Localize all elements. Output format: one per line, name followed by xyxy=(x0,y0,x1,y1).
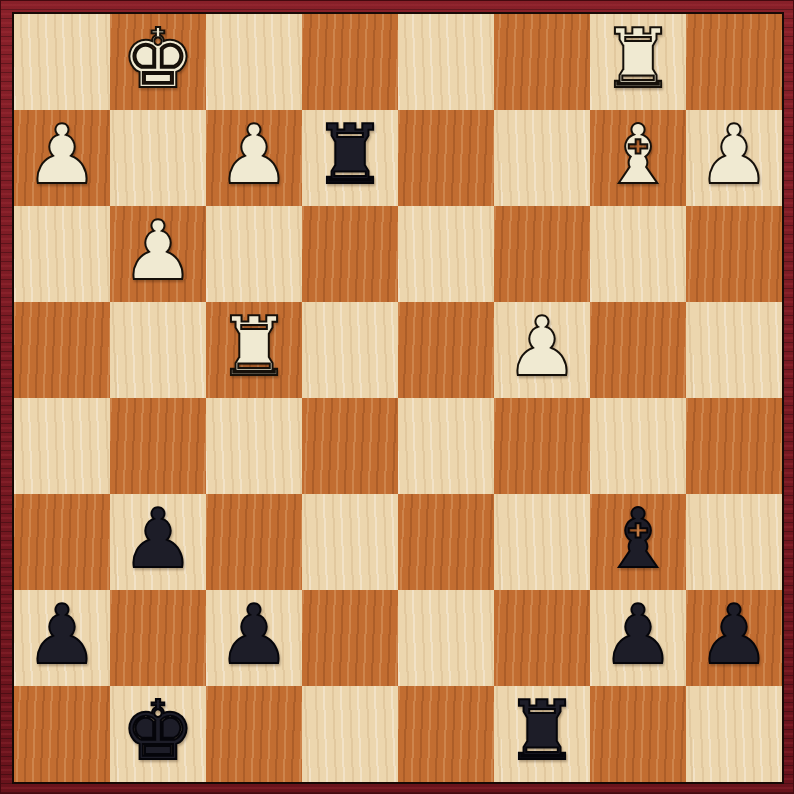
square-d2[interactable] xyxy=(302,590,398,686)
square-a5[interactable] xyxy=(14,302,110,398)
piece-black-pawn[interactable]: ♟ xyxy=(25,594,99,676)
square-g8[interactable]: ♜ xyxy=(590,14,686,110)
piece-white-pawn[interactable]: ♟ xyxy=(505,306,579,388)
square-c8[interactable] xyxy=(206,14,302,110)
square-b3[interactable]: ♟ xyxy=(110,494,206,590)
square-a1[interactable] xyxy=(14,686,110,782)
square-h7[interactable]: ♟ xyxy=(686,110,782,206)
square-b7[interactable] xyxy=(110,110,206,206)
square-b5[interactable] xyxy=(110,302,206,398)
square-c5[interactable]: ♜ xyxy=(206,302,302,398)
square-d1[interactable] xyxy=(302,686,398,782)
square-f1[interactable]: ♜ xyxy=(494,686,590,782)
piece-black-pawn[interactable]: ♟ xyxy=(121,498,195,580)
piece-black-rook[interactable]: ♜ xyxy=(505,690,579,772)
square-g2[interactable]: ♟ xyxy=(590,590,686,686)
square-a7[interactable]: ♟ xyxy=(14,110,110,206)
square-d7[interactable]: ♜ xyxy=(302,110,398,206)
square-a2[interactable]: ♟ xyxy=(14,590,110,686)
square-b2[interactable] xyxy=(110,590,206,686)
piece-white-pawn[interactable]: ♟ xyxy=(25,114,99,196)
square-g3[interactable]: ♝ xyxy=(590,494,686,590)
piece-black-pawn[interactable]: ♟ xyxy=(217,594,291,676)
square-h2[interactable]: ♟ xyxy=(686,590,782,686)
square-e6[interactable] xyxy=(398,206,494,302)
square-c6[interactable] xyxy=(206,206,302,302)
square-h8[interactable] xyxy=(686,14,782,110)
square-d5[interactable] xyxy=(302,302,398,398)
square-c2[interactable]: ♟ xyxy=(206,590,302,686)
square-a6[interactable] xyxy=(14,206,110,302)
piece-black-bishop[interactable]: ♝ xyxy=(601,498,675,580)
piece-black-pawn[interactable]: ♟ xyxy=(601,594,675,676)
square-g7[interactable]: ♝ xyxy=(590,110,686,206)
chess-board: ♚♜♟♟♜♝♟♟♜♟♟♝♟♟♟♟♚♜ xyxy=(12,12,784,784)
square-h6[interactable] xyxy=(686,206,782,302)
square-b8[interactable]: ♚ xyxy=(110,14,206,110)
square-c4[interactable] xyxy=(206,398,302,494)
square-e3[interactable] xyxy=(398,494,494,590)
square-f3[interactable] xyxy=(494,494,590,590)
square-d4[interactable] xyxy=(302,398,398,494)
piece-white-pawn[interactable]: ♟ xyxy=(121,210,195,292)
square-f5[interactable]: ♟ xyxy=(494,302,590,398)
square-f2[interactable] xyxy=(494,590,590,686)
square-f4[interactable] xyxy=(494,398,590,494)
square-f8[interactable] xyxy=(494,14,590,110)
square-a8[interactable] xyxy=(14,14,110,110)
square-a4[interactable] xyxy=(14,398,110,494)
square-c7[interactable]: ♟ xyxy=(206,110,302,206)
square-g6[interactable] xyxy=(590,206,686,302)
square-f6[interactable] xyxy=(494,206,590,302)
square-g1[interactable] xyxy=(590,686,686,782)
square-d6[interactable] xyxy=(302,206,398,302)
square-e5[interactable] xyxy=(398,302,494,398)
square-h3[interactable] xyxy=(686,494,782,590)
square-e4[interactable] xyxy=(398,398,494,494)
square-b4[interactable] xyxy=(110,398,206,494)
square-d8[interactable] xyxy=(302,14,398,110)
piece-white-king[interactable]: ♚ xyxy=(121,18,195,100)
piece-black-pawn[interactable]: ♟ xyxy=(697,594,771,676)
piece-black-rook[interactable]: ♜ xyxy=(313,114,387,196)
piece-black-king[interactable]: ♚ xyxy=(121,690,195,772)
square-c1[interactable] xyxy=(206,686,302,782)
square-g5[interactable] xyxy=(590,302,686,398)
square-e8[interactable] xyxy=(398,14,494,110)
square-b6[interactable]: ♟ xyxy=(110,206,206,302)
square-e1[interactable] xyxy=(398,686,494,782)
piece-white-pawn[interactable]: ♟ xyxy=(217,114,291,196)
piece-white-rook[interactable]: ♜ xyxy=(601,18,675,100)
piece-white-rook[interactable]: ♜ xyxy=(217,306,291,388)
board-frame: ♚♜♟♟♜♝♟♟♜♟♟♝♟♟♟♟♚♜ xyxy=(0,0,794,794)
square-a3[interactable] xyxy=(14,494,110,590)
piece-white-bishop[interactable]: ♝ xyxy=(601,114,675,196)
square-e2[interactable] xyxy=(398,590,494,686)
square-c3[interactable] xyxy=(206,494,302,590)
square-b1[interactable]: ♚ xyxy=(110,686,206,782)
square-g4[interactable] xyxy=(590,398,686,494)
square-d3[interactable] xyxy=(302,494,398,590)
piece-white-pawn[interactable]: ♟ xyxy=(697,114,771,196)
square-e7[interactable] xyxy=(398,110,494,206)
square-h1[interactable] xyxy=(686,686,782,782)
square-h4[interactable] xyxy=(686,398,782,494)
square-f7[interactable] xyxy=(494,110,590,206)
square-h5[interactable] xyxy=(686,302,782,398)
